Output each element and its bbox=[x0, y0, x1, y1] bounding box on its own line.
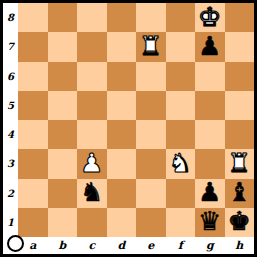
square-c7[interactable] bbox=[77, 32, 107, 61]
rank-labels: 87654321 bbox=[3, 3, 18, 237]
square-e5[interactable] bbox=[136, 91, 166, 120]
square-h6[interactable] bbox=[225, 62, 255, 91]
square-g3[interactable] bbox=[195, 149, 225, 178]
square-g8[interactable]: ♚ bbox=[195, 3, 225, 32]
square-b3[interactable] bbox=[48, 149, 78, 178]
square-h7[interactable] bbox=[225, 32, 255, 61]
square-e8[interactable] bbox=[136, 3, 166, 32]
square-e3[interactable] bbox=[136, 149, 166, 178]
square-c8[interactable] bbox=[77, 3, 107, 32]
square-d5[interactable] bbox=[107, 91, 137, 120]
square-e1[interactable] bbox=[136, 208, 166, 237]
square-f7[interactable] bbox=[166, 32, 196, 61]
square-f8[interactable] bbox=[166, 3, 196, 32]
square-f6[interactable] bbox=[166, 62, 196, 91]
square-a1[interactable] bbox=[18, 208, 48, 237]
piece-black-bishop: ♝ bbox=[228, 179, 251, 205]
square-d6[interactable] bbox=[107, 62, 137, 91]
square-c2[interactable]: ♞ bbox=[77, 179, 107, 208]
square-c6[interactable] bbox=[77, 62, 107, 91]
piece-white-knight: ♞ bbox=[169, 150, 192, 176]
piece-white-rook: ♜ bbox=[228, 150, 251, 176]
square-c1[interactable] bbox=[77, 208, 107, 237]
square-a4[interactable] bbox=[18, 120, 48, 149]
chess-diagram: 87654321 ♚♜♟♟♞♜♞♟♝♛♚ abcdefgh bbox=[0, 0, 257, 257]
file-label-g: g bbox=[206, 239, 214, 252]
square-c4[interactable] bbox=[77, 120, 107, 149]
rank-label-5: 5 bbox=[7, 100, 14, 111]
square-e4[interactable] bbox=[136, 120, 166, 149]
square-f5[interactable] bbox=[166, 91, 196, 120]
file-label-d: d bbox=[117, 239, 125, 252]
piece-white-pawn: ♟ bbox=[80, 150, 103, 176]
square-f4[interactable] bbox=[166, 120, 196, 149]
square-d4[interactable] bbox=[107, 120, 137, 149]
square-d7[interactable] bbox=[107, 32, 137, 61]
piece-black-knight: ♞ bbox=[80, 179, 103, 205]
piece-black-pawn: ♟ bbox=[198, 179, 221, 205]
rank-label-3: 3 bbox=[7, 158, 14, 169]
square-g7[interactable]: ♟ bbox=[195, 32, 225, 61]
square-a5[interactable] bbox=[18, 91, 48, 120]
piece-black-queen: ♛ bbox=[198, 208, 221, 234]
square-b8[interactable] bbox=[48, 3, 78, 32]
file-label-e: e bbox=[147, 239, 154, 252]
square-g5[interactable] bbox=[195, 91, 225, 120]
square-g2[interactable]: ♟ bbox=[195, 179, 225, 208]
square-d2[interactable] bbox=[107, 179, 137, 208]
piece-black-king: ♚ bbox=[228, 208, 251, 234]
square-a6[interactable] bbox=[18, 62, 48, 91]
square-h1[interactable]: ♚ bbox=[225, 208, 255, 237]
square-h4[interactable] bbox=[225, 120, 255, 149]
square-d3[interactable] bbox=[107, 149, 137, 178]
file-label-h: h bbox=[235, 239, 243, 252]
file-label-f: f bbox=[178, 239, 183, 252]
square-c3[interactable]: ♟ bbox=[77, 149, 107, 178]
rank-label-7: 7 bbox=[7, 41, 14, 52]
square-e6[interactable] bbox=[136, 62, 166, 91]
square-a7[interactable] bbox=[18, 32, 48, 61]
white-to-move-indicator bbox=[7, 235, 24, 252]
rank-label-4: 4 bbox=[7, 129, 14, 140]
file-label-b: b bbox=[58, 239, 66, 252]
rank-label-2: 2 bbox=[7, 188, 14, 199]
square-e2[interactable] bbox=[136, 179, 166, 208]
square-d1[interactable] bbox=[107, 208, 137, 237]
rank-label-6: 6 bbox=[7, 71, 14, 82]
square-f2[interactable] bbox=[166, 179, 196, 208]
square-b2[interactable] bbox=[48, 179, 78, 208]
square-d8[interactable] bbox=[107, 3, 137, 32]
square-e7[interactable]: ♜ bbox=[136, 32, 166, 61]
square-f1[interactable] bbox=[166, 208, 196, 237]
rank-label-8: 8 bbox=[7, 12, 14, 23]
square-b5[interactable] bbox=[48, 91, 78, 120]
square-b7[interactable] bbox=[48, 32, 78, 61]
square-a3[interactable] bbox=[18, 149, 48, 178]
piece-black-pawn: ♟ bbox=[198, 33, 221, 59]
square-f3[interactable]: ♞ bbox=[166, 149, 196, 178]
square-b6[interactable] bbox=[48, 62, 78, 91]
piece-white-king: ♚ bbox=[198, 4, 221, 30]
chess-board: ♚♜♟♟♞♜♞♟♝♛♚ bbox=[18, 3, 254, 237]
square-h2[interactable]: ♝ bbox=[225, 179, 255, 208]
file-label-a: a bbox=[29, 239, 36, 252]
square-c5[interactable] bbox=[77, 91, 107, 120]
square-h5[interactable] bbox=[225, 91, 255, 120]
square-h3[interactable]: ♜ bbox=[225, 149, 255, 178]
piece-white-rook: ♜ bbox=[139, 33, 162, 59]
file-labels: abcdefgh bbox=[18, 237, 254, 254]
square-h8[interactable] bbox=[225, 3, 255, 32]
square-a2[interactable] bbox=[18, 179, 48, 208]
square-a8[interactable] bbox=[18, 3, 48, 32]
square-g4[interactable] bbox=[195, 120, 225, 149]
square-b1[interactable] bbox=[48, 208, 78, 237]
file-label-c: c bbox=[88, 239, 95, 252]
square-b4[interactable] bbox=[48, 120, 78, 149]
square-g1[interactable]: ♛ bbox=[195, 208, 225, 237]
rank-label-1: 1 bbox=[7, 217, 14, 228]
square-g6[interactable] bbox=[195, 62, 225, 91]
